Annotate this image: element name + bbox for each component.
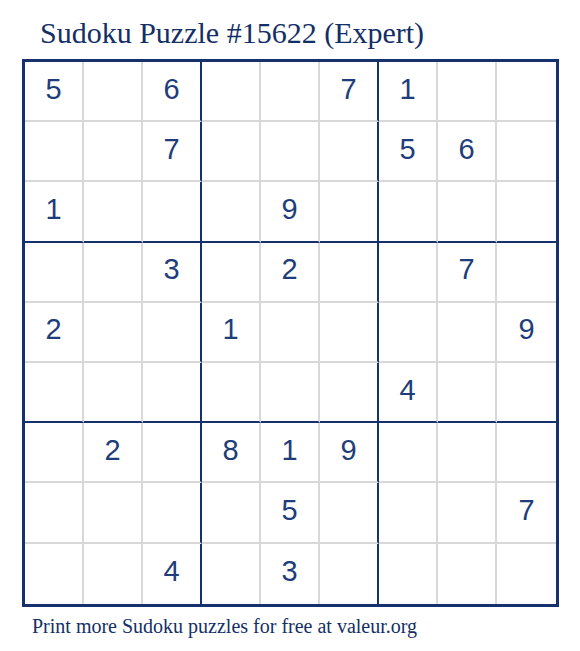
cell-r3c6	[320, 182, 379, 242]
cell-r1c8	[438, 62, 497, 122]
cell-r3c4	[202, 182, 261, 242]
cell-r7c2: 2	[84, 423, 143, 483]
cell-r9c6	[320, 544, 379, 604]
cell-r6c8	[438, 363, 497, 423]
cell-r2c8: 6	[438, 122, 497, 182]
cell-r3c3	[143, 182, 202, 242]
cell-r4c2	[84, 243, 143, 303]
cell-r9c5: 3	[261, 544, 320, 604]
cell-r7c6: 9	[320, 423, 379, 483]
cell-r6c6	[320, 363, 379, 423]
cell-r4c1	[25, 243, 84, 303]
sudoku-board: 567175619327219428195743	[22, 59, 559, 607]
cell-r1c1: 5	[25, 62, 84, 122]
cell-r4c9	[497, 243, 556, 303]
cell-r4c5: 2	[261, 243, 320, 303]
cell-r7c7	[379, 423, 438, 483]
cell-r1c5	[261, 62, 320, 122]
cell-r4c6	[320, 243, 379, 303]
cell-r1c6: 7	[320, 62, 379, 122]
cell-r9c9	[497, 544, 556, 604]
cell-r7c1	[25, 423, 84, 483]
cell-r1c2	[84, 62, 143, 122]
cell-r7c9	[497, 423, 556, 483]
cell-r8c7	[379, 483, 438, 543]
cell-r5c9: 9	[497, 303, 556, 363]
cell-r3c7	[379, 182, 438, 242]
cell-r2c7: 5	[379, 122, 438, 182]
cell-r9c4	[202, 544, 261, 604]
cell-r6c7: 4	[379, 363, 438, 423]
cell-r8c4	[202, 483, 261, 543]
cell-r4c3: 3	[143, 243, 202, 303]
cell-r9c8	[438, 544, 497, 604]
cell-r8c9: 7	[497, 483, 556, 543]
cell-r4c7	[379, 243, 438, 303]
cell-r7c4: 8	[202, 423, 261, 483]
cell-r3c2	[84, 182, 143, 242]
cell-r8c5: 5	[261, 483, 320, 543]
cell-r6c2	[84, 363, 143, 423]
cell-r5c6	[320, 303, 379, 363]
cell-r2c6	[320, 122, 379, 182]
cell-r4c4	[202, 243, 261, 303]
cell-r3c1: 1	[25, 182, 84, 242]
cell-r6c4	[202, 363, 261, 423]
cell-r8c3	[143, 483, 202, 543]
cell-r6c5	[261, 363, 320, 423]
cell-r1c9	[497, 62, 556, 122]
cell-r3c9	[497, 182, 556, 242]
cell-r9c1	[25, 544, 84, 604]
cell-r4c8: 7	[438, 243, 497, 303]
cell-r9c7	[379, 544, 438, 604]
cell-r2c9	[497, 122, 556, 182]
cell-r5c1: 2	[25, 303, 84, 363]
footer-text: Print more Sudoku puzzles for free at va…	[32, 615, 417, 638]
cell-r5c4: 1	[202, 303, 261, 363]
cell-r8c2	[84, 483, 143, 543]
cell-r2c4	[202, 122, 261, 182]
cell-r8c1	[25, 483, 84, 543]
cell-r5c3	[143, 303, 202, 363]
cell-r3c5: 9	[261, 182, 320, 242]
cell-r5c2	[84, 303, 143, 363]
cell-r6c9	[497, 363, 556, 423]
cell-r2c2	[84, 122, 143, 182]
cell-r5c7	[379, 303, 438, 363]
page-title: Sudoku Puzzle #15622 (Expert)	[40, 16, 424, 49]
cell-r2c5	[261, 122, 320, 182]
cell-r8c8	[438, 483, 497, 543]
cell-r2c1	[25, 122, 84, 182]
cell-r9c3: 4	[143, 544, 202, 604]
cell-r7c5: 1	[261, 423, 320, 483]
cell-r1c4	[202, 62, 261, 122]
cell-r7c8	[438, 423, 497, 483]
cell-r5c8	[438, 303, 497, 363]
cell-r3c8	[438, 182, 497, 242]
cell-r2c3: 7	[143, 122, 202, 182]
cell-r6c1	[25, 363, 84, 423]
cell-r9c2	[84, 544, 143, 604]
cell-r5c5	[261, 303, 320, 363]
cell-r8c6	[320, 483, 379, 543]
cell-r6c3	[143, 363, 202, 423]
cell-r1c7: 1	[379, 62, 438, 122]
cell-r7c3	[143, 423, 202, 483]
cell-r1c3: 6	[143, 62, 202, 122]
